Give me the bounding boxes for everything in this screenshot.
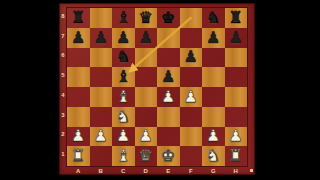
square-d7[interactable]: ♟ xyxy=(135,28,158,48)
square-c5[interactable]: ♝ xyxy=(112,67,135,87)
square-d3[interactable] xyxy=(135,107,158,127)
piece-black-pawn[interactable]: ♟ xyxy=(184,49,198,65)
rank-label-3: 3 xyxy=(59,105,67,125)
piece-white-pawn[interactable]: ♟ xyxy=(71,128,85,144)
square-h1[interactable]: ♜ xyxy=(225,146,248,166)
piece-white-pawn[interactable]: ♟ xyxy=(229,128,243,144)
chess-board: ♜♝♛♚♞♜♟♟♟♟♟♟♞♟♝♟♝♟♟♞♟♟♟♟♟♟♜♝♛♚♞♜ xyxy=(67,8,247,166)
piece-white-bishop[interactable]: ♝ xyxy=(116,88,130,104)
piece-black-bishop[interactable]: ♝ xyxy=(116,69,130,85)
rank-label-1: 1 xyxy=(59,144,67,164)
square-b2[interactable]: ♟ xyxy=(90,127,113,147)
square-c7[interactable]: ♟ xyxy=(112,28,135,48)
square-e3[interactable] xyxy=(157,107,180,127)
square-h8[interactable]: ♜ xyxy=(225,8,248,28)
square-g1[interactable]: ♞ xyxy=(202,146,225,166)
square-g7[interactable]: ♟ xyxy=(202,28,225,48)
square-a2[interactable]: ♟ xyxy=(67,127,90,147)
piece-white-pawn[interactable]: ♟ xyxy=(116,128,130,144)
square-a1[interactable]: ♜ xyxy=(67,146,90,166)
piece-black-knight[interactable]: ♞ xyxy=(206,9,220,25)
square-g2[interactable]: ♟ xyxy=(202,127,225,147)
piece-white-pawn[interactable]: ♟ xyxy=(206,128,220,144)
piece-black-knight[interactable]: ♞ xyxy=(116,49,130,65)
square-h3[interactable] xyxy=(225,107,248,127)
piece-black-pawn[interactable]: ♟ xyxy=(116,29,130,45)
square-c1[interactable]: ♝ xyxy=(112,146,135,166)
square-d5[interactable] xyxy=(135,67,158,87)
square-g4[interactable] xyxy=(202,87,225,107)
square-b8[interactable] xyxy=(90,8,113,28)
square-a3[interactable] xyxy=(67,107,90,127)
square-e4[interactable]: ♟ xyxy=(157,87,180,107)
piece-black-king[interactable]: ♚ xyxy=(161,9,175,25)
square-d8[interactable]: ♛ xyxy=(135,8,158,28)
piece-white-king[interactable]: ♚ xyxy=(161,148,175,164)
square-d4[interactable] xyxy=(135,87,158,107)
piece-black-queen[interactable]: ♛ xyxy=(139,9,153,25)
rank-label-2: 2 xyxy=(59,125,67,145)
square-e1[interactable]: ♚ xyxy=(157,146,180,166)
square-e7[interactable] xyxy=(157,28,180,48)
square-a8[interactable]: ♜ xyxy=(67,8,90,28)
square-b1[interactable] xyxy=(90,146,113,166)
file-label-c: C xyxy=(112,166,135,175)
square-b7[interactable]: ♟ xyxy=(90,28,113,48)
square-b5[interactable] xyxy=(90,67,113,87)
file-labels: ABCDEFGH xyxy=(67,166,247,175)
square-f6[interactable]: ♟ xyxy=(180,48,203,68)
piece-black-pawn[interactable]: ♟ xyxy=(71,29,85,45)
piece-white-knight[interactable]: ♞ xyxy=(116,108,130,124)
square-c3[interactable]: ♞ xyxy=(112,107,135,127)
square-f8[interactable] xyxy=(180,8,203,28)
square-d6[interactable] xyxy=(135,48,158,68)
rank-label-5: 5 xyxy=(59,65,67,85)
square-b4[interactable] xyxy=(90,87,113,107)
square-c6[interactable]: ♞ xyxy=(112,48,135,68)
square-a7[interactable]: ♟ xyxy=(67,28,90,48)
piece-white-pawn[interactable]: ♟ xyxy=(139,128,153,144)
square-c4[interactable]: ♝ xyxy=(112,87,135,107)
piece-white-knight[interactable]: ♞ xyxy=(206,148,220,164)
piece-white-pawn[interactable]: ♟ xyxy=(94,128,108,144)
rank-label-7: 7 xyxy=(59,26,67,46)
square-h2[interactable]: ♟ xyxy=(225,127,248,147)
square-e2[interactable] xyxy=(157,127,180,147)
piece-white-bishop[interactable]: ♝ xyxy=(116,148,130,164)
rank-label-8: 8 xyxy=(59,6,67,26)
file-label-g: G xyxy=(202,166,225,175)
square-a4[interactable] xyxy=(67,87,90,107)
piece-black-pawn[interactable]: ♟ xyxy=(161,69,175,85)
square-e6[interactable] xyxy=(157,48,180,68)
square-h4[interactable] xyxy=(225,87,248,107)
file-label-a: A xyxy=(67,166,90,175)
square-b3[interactable] xyxy=(90,107,113,127)
piece-white-pawn[interactable]: ♟ xyxy=(161,88,175,104)
square-d2[interactable]: ♟ xyxy=(135,127,158,147)
border-corner-dot xyxy=(250,169,253,172)
piece-black-rook[interactable]: ♜ xyxy=(71,9,85,25)
square-a5[interactable] xyxy=(67,67,90,87)
rank-label-4: 4 xyxy=(59,85,67,105)
piece-black-pawn[interactable]: ♟ xyxy=(206,29,220,45)
chess-board-frame: 87654321 ABCDEFGH ♜♝♛♚♞♜♟♟♟♟♟♟♞♟♝♟♝♟♟♞♟♟… xyxy=(59,3,255,175)
square-g6[interactable] xyxy=(202,48,225,68)
square-h5[interactable] xyxy=(225,67,248,87)
piece-black-rook[interactable]: ♜ xyxy=(229,9,243,25)
piece-white-queen[interactable]: ♛ xyxy=(139,148,153,164)
piece-white-rook[interactable]: ♜ xyxy=(229,148,243,164)
square-e5[interactable]: ♟ xyxy=(157,67,180,87)
square-c8[interactable]: ♝ xyxy=(112,8,135,28)
piece-white-pawn[interactable]: ♟ xyxy=(184,88,198,104)
piece-white-rook[interactable]: ♜ xyxy=(71,148,85,164)
square-f5[interactable] xyxy=(180,67,203,87)
square-f7[interactable] xyxy=(180,28,203,48)
file-label-b: B xyxy=(90,166,113,175)
square-f1[interactable] xyxy=(180,146,203,166)
rank-labels: 87654321 xyxy=(59,8,67,166)
square-h6[interactable] xyxy=(225,48,248,68)
square-g3[interactable] xyxy=(202,107,225,127)
square-f4[interactable]: ♟ xyxy=(180,87,203,107)
square-g8[interactable]: ♞ xyxy=(202,8,225,28)
square-d1[interactable]: ♛ xyxy=(135,146,158,166)
square-f2[interactable] xyxy=(180,127,203,147)
square-f3[interactable] xyxy=(180,107,203,127)
piece-black-bishop[interactable]: ♝ xyxy=(116,9,130,25)
square-a6[interactable] xyxy=(67,48,90,68)
file-label-e: E xyxy=(157,166,180,175)
file-label-h: H xyxy=(225,166,248,175)
piece-black-pawn[interactable]: ♟ xyxy=(229,29,243,45)
square-g5[interactable] xyxy=(202,67,225,87)
rank-label-6: 6 xyxy=(59,46,67,66)
square-e8[interactable]: ♚ xyxy=(157,8,180,28)
file-label-f: F xyxy=(180,166,203,175)
piece-black-pawn[interactable]: ♟ xyxy=(139,29,153,45)
piece-black-pawn[interactable]: ♟ xyxy=(94,29,108,45)
screenshot-stage: 87654321 ABCDEFGH ♜♝♛♚♞♜♟♟♟♟♟♟♞♟♝♟♝♟♟♞♟♟… xyxy=(0,0,320,180)
file-label-d: D xyxy=(135,166,158,175)
square-c2[interactable]: ♟ xyxy=(112,127,135,147)
square-b6[interactable] xyxy=(90,48,113,68)
square-h7[interactable]: ♟ xyxy=(225,28,248,48)
